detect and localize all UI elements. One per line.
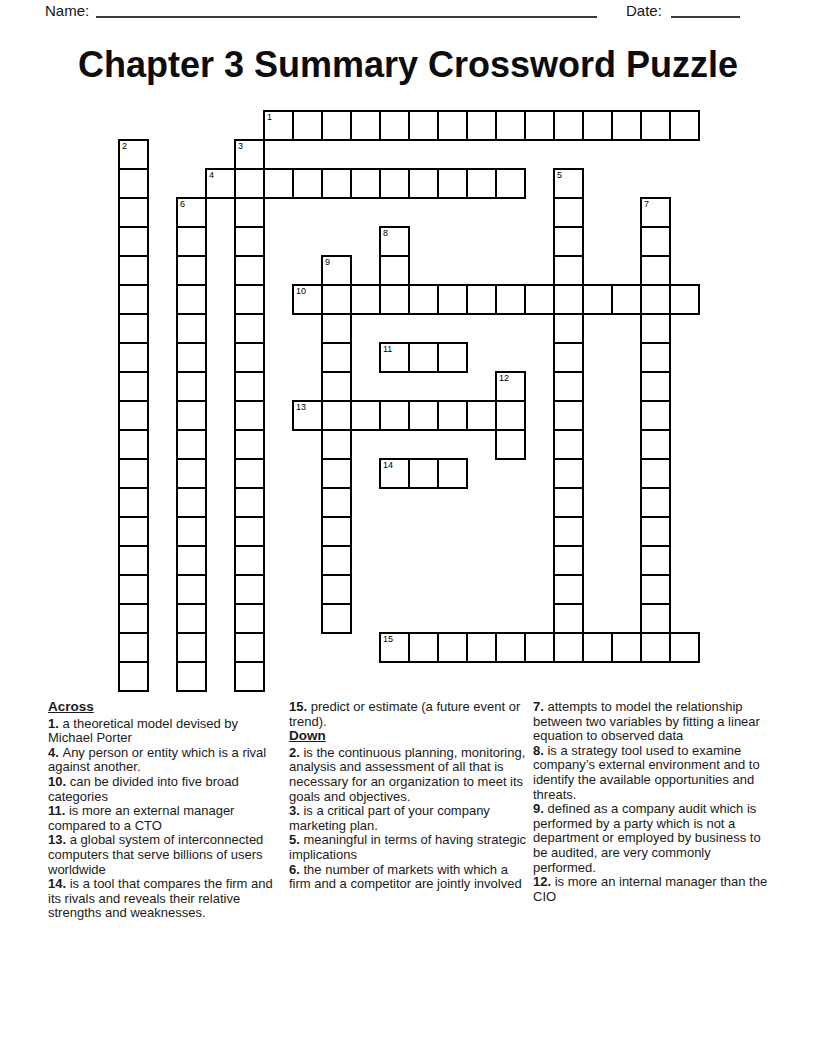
cell-r5c2[interactable] [176,255,207,286]
cell-r4c0[interactable] [118,226,149,257]
cell-r6c0[interactable] [118,284,149,315]
cell-r2c13[interactable] [495,168,526,199]
cell-r7c2[interactable] [176,313,207,344]
date-line[interactable] [671,1,740,18]
clue-number: 15. [289,699,311,714]
cell-number-10: 10 [296,286,306,296]
cell-r14c2[interactable] [176,516,207,547]
cell-r18c2[interactable] [176,632,207,663]
clue-text: is a strategy tool used to examine compa… [533,743,760,802]
clue-text: predict or estimate (a future event or t… [289,699,520,729]
cell-r2c11[interactable] [437,168,468,199]
cell-r0c14[interactable] [524,110,555,141]
clue-column-1: Across1. a theoretical model devised by … [48,700,286,921]
cell-r18c16[interactable] [582,632,613,663]
cell-r6c15[interactable] [553,284,584,315]
clue-down-3: 3. is a critical part of your company ma… [289,804,529,833]
clue-text: attempts to model the relationship betwe… [533,699,760,743]
clue-down-8: 8. is a strategy tool used to examine co… [533,744,775,802]
cell-r13c0[interactable] [118,487,149,518]
clue-down-7: 7. attempts to model the relationship be… [533,700,775,744]
cell-r6c19[interactable] [669,284,700,315]
cell-r0c6[interactable] [292,110,323,141]
cell-r15c0[interactable] [118,545,149,576]
cell-r14c7[interactable] [321,516,352,547]
cell-r5c0[interactable] [118,255,149,286]
clue-number: 9. [533,801,547,816]
cell-r11c0[interactable] [118,429,149,460]
clue-column-3: 7. attempts to model the relationship be… [533,700,775,904]
cell-r17c15[interactable] [553,603,584,634]
cell-number-2: 2 [122,141,127,151]
cell-r11c4[interactable] [234,429,265,460]
cell-r11c2[interactable] [176,429,207,460]
cell-r9c0[interactable] [118,371,149,402]
cell-r6c11[interactable] [437,284,468,315]
cell-r10c15[interactable] [553,400,584,431]
cell-r2c3[interactable]: 4 [205,168,236,199]
cell-r17c18[interactable] [640,603,671,634]
cell-r11c18[interactable] [640,429,671,460]
cell-r5c9[interactable] [379,255,410,286]
cell-number-14: 14 [383,460,393,470]
cell-r6c8[interactable] [350,284,381,315]
cell-r10c2[interactable] [176,400,207,431]
cell-r8c7[interactable] [321,342,352,373]
cell-r10c6[interactable]: 13 [292,400,323,431]
clue-across-10: 10. can be divided into five broad categ… [48,775,286,804]
cell-r13c2[interactable] [176,487,207,518]
cell-r2c8[interactable] [350,168,381,199]
clue-text: can be divided into five broad categorie… [48,774,239,804]
cell-r17c0[interactable] [118,603,149,634]
cell-r7c15[interactable] [553,313,584,344]
cell-number-12: 12 [499,373,509,383]
clue-across-11: 11. is more an external manager compared… [48,804,286,833]
cell-r8c0[interactable] [118,342,149,373]
cell-r12c2[interactable] [176,458,207,489]
cell-r6c10[interactable] [408,284,439,315]
cell-r9c2[interactable] [176,371,207,402]
clue-text: is the continuous planning, monitoring, … [289,745,525,804]
cell-r17c7[interactable] [321,603,352,634]
cell-r9c15[interactable] [553,371,584,402]
cell-r11c7[interactable] [321,429,352,460]
cell-r1c0[interactable]: 2 [118,139,149,170]
cell-r6c9[interactable] [379,284,410,315]
cell-r9c13[interactable]: 12 [495,371,526,402]
cell-r15c18[interactable] [640,545,671,576]
cell-r9c4[interactable] [234,371,265,402]
cell-r16c15[interactable] [553,574,584,605]
cell-r14c0[interactable] [118,516,149,547]
clue-number: 10. [48,774,70,789]
cell-r10c13[interactable] [495,400,526,431]
cell-r12c0[interactable] [118,458,149,489]
clue-across-4: 4. Any person or entity which is a rival… [48,746,286,775]
cell-r10c10[interactable] [408,400,439,431]
cell-r0c16[interactable] [582,110,613,141]
clue-down-12: 12. is more an internal manager than the… [533,875,775,904]
cell-r15c4[interactable] [234,545,265,576]
clue-number: 4. [48,745,62,760]
across-clues-header: Across [48,700,286,715]
cell-r13c18[interactable] [640,487,671,518]
cell-number-4: 4 [209,170,214,180]
clue-number: 3. [289,803,303,818]
cell-r8c4[interactable] [234,342,265,373]
cell-r19c4[interactable] [234,661,265,692]
clue-number: 1. [48,716,62,731]
cell-r4c9[interactable]: 8 [379,226,410,257]
clue-down-2: 2. is the continuous planning, monitorin… [289,746,529,804]
cell-r19c2[interactable] [176,661,207,692]
cell-r15c15[interactable] [553,545,584,576]
cell-number-3: 3 [238,141,243,151]
cell-r18c14[interactable] [524,632,555,663]
cell-r12c15[interactable] [553,458,584,489]
clue-across-14: 14. is a tool that compares the firm and… [48,877,286,921]
cell-r11c15[interactable] [553,429,584,460]
cell-r8c11[interactable] [437,342,468,373]
clue-across-13: 13. a global system of interconnected co… [48,833,286,877]
cell-r4c15[interactable] [553,226,584,257]
cell-r0c15[interactable] [553,110,584,141]
clue-number: 2. [289,745,303,760]
cell-r11c13[interactable] [495,429,526,460]
cell-r2c15[interactable]: 5 [553,168,584,199]
cell-r0c19[interactable] [669,110,700,141]
cell-r17c2[interactable] [176,603,207,634]
cell-r13c15[interactable] [553,487,584,518]
cell-r12c9[interactable]: 14 [379,458,410,489]
cell-r8c15[interactable] [553,342,584,373]
cell-r0c13[interactable] [495,110,526,141]
clue-text: defined as a company audit which is perf… [533,801,761,874]
cell-r1c4[interactable]: 3 [234,139,265,170]
down-clues-header: Down [289,729,529,744]
clue-text: meaningful in terms of having strategic … [289,832,526,862]
date-label: Date: [626,2,662,19]
cell-r16c18[interactable] [640,574,671,605]
clue-column-2: 15. predict or estimate (a future event … [289,700,529,892]
clue-down-9: 9. defined as a company audit which is p… [533,802,775,875]
cell-r5c15[interactable] [553,255,584,286]
cell-r7c18[interactable] [640,313,671,344]
cell-r12c18[interactable] [640,458,671,489]
cell-r12c10[interactable] [408,458,439,489]
cell-r13c7[interactable] [321,487,352,518]
cell-r3c18[interactable]: 7 [640,197,671,228]
cell-r7c0[interactable] [118,313,149,344]
clue-number: 14. [48,876,70,891]
cell-r14c4[interactable] [234,516,265,547]
cell-r5c18[interactable] [640,255,671,286]
cell-number-11: 11 [383,344,392,354]
cell-r10c9[interactable] [379,400,410,431]
cell-r0c12[interactable] [466,110,497,141]
cell-r10c8[interactable] [350,400,381,431]
cell-r3c0[interactable] [118,197,149,228]
cell-r2c0[interactable] [118,168,149,199]
clue-text: is more an internal manager than the CIO [533,874,767,904]
cell-r10c12[interactable] [466,400,497,431]
cell-r12c7[interactable] [321,458,352,489]
cell-r15c2[interactable] [176,545,207,576]
cell-r16c7[interactable] [321,574,352,605]
clue-number: 12. [533,874,555,889]
cell-r18c0[interactable] [118,632,149,663]
cell-r6c18[interactable] [640,284,671,315]
cell-r18c11[interactable] [437,632,468,663]
clue-text: is a tool that compares the firm and its… [48,876,273,920]
cell-r8c18[interactable] [640,342,671,373]
cell-r0c9[interactable] [379,110,410,141]
cell-r0c5[interactable]: 1 [263,110,294,141]
cell-number-13: 13 [296,402,306,412]
cell-r18c17[interactable] [611,632,642,663]
cell-r0c10[interactable] [408,110,439,141]
cell-number-6: 6 [180,199,185,209]
cell-r0c7[interactable] [321,110,352,141]
cell-r7c4[interactable] [234,313,265,344]
cell-r18c10[interactable] [408,632,439,663]
cell-r13c4[interactable] [234,487,265,518]
cell-number-5: 5 [557,170,562,180]
cell-r8c9[interactable]: 11 [379,342,410,373]
cell-r0c11[interactable] [437,110,468,141]
cell-r6c2[interactable] [176,284,207,315]
cell-r5c4[interactable] [234,255,265,286]
cell-r10c4[interactable] [234,400,265,431]
cell-number-8: 8 [383,228,388,238]
cell-r0c18[interactable] [640,110,671,141]
clue-down-6: 6. the number of markets with which a fi… [289,863,529,892]
name-line[interactable] [96,1,597,18]
clue-across-15: 15. predict or estimate (a future event … [289,700,529,729]
cell-number-15: 15 [383,634,393,644]
cell-r2c9[interactable] [379,168,410,199]
clue-down-5: 5. meaningful in terms of having strateg… [289,833,529,862]
cell-r18c9[interactable]: 15 [379,632,410,663]
cell-r3c2[interactable]: 6 [176,197,207,228]
cell-r15c7[interactable] [321,545,352,576]
cell-r16c4[interactable] [234,574,265,605]
cell-r14c18[interactable] [640,516,671,547]
cell-r4c2[interactable] [176,226,207,257]
clue-across-1: 1. a theoretical model devised by Michae… [48,717,286,746]
cell-r2c5[interactable] [263,168,294,199]
cell-r10c0[interactable] [118,400,149,431]
name-label: Name: [45,2,89,19]
clue-text: a global system of interconnected comput… [48,832,263,876]
cell-r12c11[interactable] [437,458,468,489]
cell-r2c7[interactable] [321,168,352,199]
cell-r7c7[interactable] [321,313,352,344]
cell-r10c18[interactable] [640,400,671,431]
cell-r4c4[interactable] [234,226,265,257]
cell-r14c15[interactable] [553,516,584,547]
clue-text: Any person or entity which is a rival ag… [48,745,266,775]
cell-r16c2[interactable] [176,574,207,605]
clue-number: 8. [533,743,547,758]
clue-number: 13. [48,832,70,847]
crossword-worksheet: Name: Date: Chapter 3 Summary Crossword … [0,0,816,1056]
page-title: Chapter 3 Summary Crossword Puzzle [0,44,816,86]
cell-r6c12[interactable] [466,284,497,315]
cell-r18c18[interactable] [640,632,671,663]
cell-r19c0[interactable] [118,661,149,692]
clue-text: is a critical part of your company marke… [289,803,490,833]
cell-r2c10[interactable] [408,168,439,199]
cell-r2c6[interactable] [292,168,323,199]
clue-number: 6. [289,862,303,877]
cell-number-7: 7 [644,199,649,209]
cell-number-1: 1 [267,112,272,122]
cell-r6c14[interactable] [524,284,555,315]
cell-r17c4[interactable] [234,603,265,634]
cell-r9c7[interactable] [321,371,352,402]
cell-r6c6[interactable]: 10 [292,284,323,315]
clue-number: 11. [48,803,69,818]
cell-r5c7[interactable]: 9 [321,255,352,286]
cell-r8c2[interactable] [176,342,207,373]
cell-r10c7[interactable] [321,400,352,431]
cell-r0c8[interactable] [350,110,381,141]
cell-r16c0[interactable] [118,574,149,605]
cell-r6c7[interactable] [321,284,352,315]
cell-r6c13[interactable] [495,284,526,315]
cell-r18c13[interactable] [495,632,526,663]
cell-r0c17[interactable] [611,110,642,141]
clue-text: is more an external manager compared to … [48,803,234,833]
cell-r8c10[interactable] [408,342,439,373]
cell-r6c4[interactable] [234,284,265,315]
cell-r12c4[interactable] [234,458,265,489]
cell-r3c4[interactable] [234,197,265,228]
clue-text: the number of markets with which a firm … [289,862,522,892]
cell-r4c18[interactable] [640,226,671,257]
cell-r6c17[interactable] [611,284,642,315]
cell-r10c11[interactable] [437,400,468,431]
cell-r2c12[interactable] [466,168,497,199]
cell-r2c4[interactable] [234,168,265,199]
clue-number: 7. [533,699,547,714]
cell-r18c19[interactable] [669,632,700,663]
clue-number: 5. [289,832,303,847]
cell-r3c15[interactable] [553,197,584,228]
cell-r18c4[interactable] [234,632,265,663]
cell-r18c12[interactable] [466,632,497,663]
cell-r6c16[interactable] [582,284,613,315]
cell-number-9: 9 [325,257,330,267]
cell-r9c18[interactable] [640,371,671,402]
clue-text: a theoretical model devised by Michael P… [48,716,238,746]
cell-r18c15[interactable] [553,632,584,663]
